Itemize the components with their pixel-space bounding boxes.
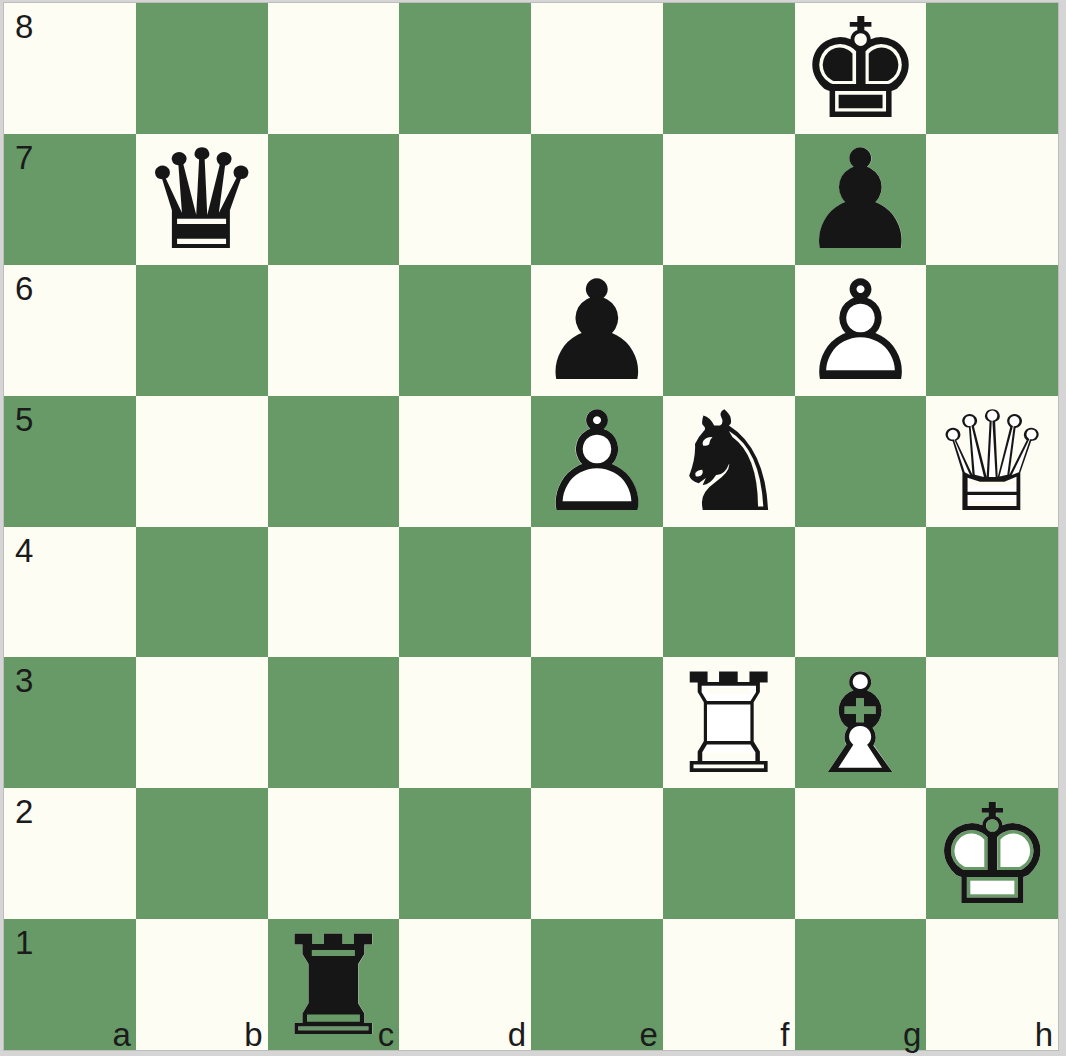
square-f4[interactable] — [663, 527, 795, 658]
square-a2[interactable]: 2 — [4, 788, 136, 919]
square-a4[interactable]: 4 — [4, 527, 136, 658]
white-pawn[interactable]: ♟♙ — [795, 265, 927, 396]
black-piece-outline-layer: ♛ — [136, 136, 268, 267]
square-e3[interactable] — [531, 657, 663, 788]
square-a5[interactable]: 5 — [4, 396, 136, 527]
square-d6[interactable] — [399, 265, 531, 396]
square-h5[interactable]: ♛♕ — [926, 396, 1058, 527]
white-pawn[interactable]: ♟♙ — [531, 396, 663, 527]
black-rook[interactable]: ♖♜ — [268, 919, 400, 1050]
square-f3[interactable]: ♜♖ — [663, 657, 795, 788]
chess-board: 8♔♚7♕♛♙♟6♙♟♟♙5♟♙♘♞♛♕43♜♖♝♗2♚♔1abc♖♜defgh — [4, 3, 1058, 1050]
square-g7[interactable]: ♙♟ — [795, 134, 927, 265]
square-d2[interactable] — [399, 788, 531, 919]
board-frame: 8♔♚7♕♛♙♟6♙♟♟♙5♟♙♘♞♛♕43♜♖♝♗2♚♔1abc♖♜defgh — [0, 0, 1066, 1056]
square-b5[interactable] — [136, 396, 268, 527]
rank-label-6: 6 — [15, 272, 33, 305]
square-d3[interactable] — [399, 657, 531, 788]
square-f6[interactable] — [663, 265, 795, 396]
square-e2[interactable] — [531, 788, 663, 919]
white-king[interactable]: ♚♔ — [926, 788, 1058, 919]
square-a7[interactable]: 7 — [4, 134, 136, 265]
square-e6[interactable]: ♙♟ — [531, 265, 663, 396]
square-b6[interactable] — [136, 265, 268, 396]
square-b7[interactable]: ♕♛ — [136, 134, 268, 265]
rank-label-3: 3 — [15, 664, 33, 697]
square-h7[interactable] — [926, 134, 1058, 265]
rank-label-1: 1 — [15, 926, 33, 959]
square-b2[interactable] — [136, 788, 268, 919]
square-a3[interactable]: 3 — [4, 657, 136, 788]
square-d8[interactable] — [399, 3, 531, 134]
square-f2[interactable] — [663, 788, 795, 919]
black-king[interactable]: ♔♚ — [795, 3, 927, 134]
black-piece-outline-layer: ♞ — [663, 398, 795, 529]
square-e4[interactable] — [531, 527, 663, 658]
white-piece-outline-layer: ♔ — [926, 790, 1058, 921]
white-piece-outline-layer: ♖ — [663, 659, 795, 790]
square-h3[interactable] — [926, 657, 1058, 788]
square-g8[interactable]: ♔♚ — [795, 3, 927, 134]
file-label-d: d — [508, 1018, 526, 1051]
square-b8[interactable] — [136, 3, 268, 134]
square-b4[interactable] — [136, 527, 268, 658]
square-f5[interactable]: ♘♞ — [663, 396, 795, 527]
file-label-f: f — [780, 1018, 789, 1051]
square-g6[interactable]: ♟♙ — [795, 265, 927, 396]
black-pawn[interactable]: ♙♟ — [795, 134, 927, 265]
square-c7[interactable] — [268, 134, 400, 265]
square-g4[interactable] — [795, 527, 927, 658]
square-d5[interactable] — [399, 396, 531, 527]
square-h1[interactable]: h — [926, 919, 1058, 1050]
white-rook[interactable]: ♜♖ — [663, 657, 795, 788]
white-bishop[interactable]: ♝♗ — [795, 657, 927, 788]
square-b3[interactable] — [136, 657, 268, 788]
square-d1[interactable]: d — [399, 919, 531, 1050]
rank-label-4: 4 — [15, 534, 33, 567]
white-piece-outline-layer: ♕ — [926, 398, 1058, 529]
black-piece-outline-layer: ♜ — [268, 921, 400, 1052]
file-label-e: e — [639, 1018, 657, 1051]
square-h4[interactable] — [926, 527, 1058, 658]
square-a8[interactable]: 8 — [4, 3, 136, 134]
square-g5[interactable] — [795, 396, 927, 527]
square-e8[interactable] — [531, 3, 663, 134]
file-label-a: a — [112, 1018, 130, 1051]
square-h6[interactable] — [926, 265, 1058, 396]
white-queen[interactable]: ♛♕ — [926, 396, 1058, 527]
rank-label-8: 8 — [15, 10, 33, 43]
file-label-b: b — [244, 1018, 262, 1051]
square-e1[interactable]: e — [531, 919, 663, 1050]
square-h2[interactable]: ♚♔ — [926, 788, 1058, 919]
square-h8[interactable] — [926, 3, 1058, 134]
square-c8[interactable] — [268, 3, 400, 134]
rank-label-7: 7 — [15, 141, 33, 174]
square-e5[interactable]: ♟♙ — [531, 396, 663, 527]
black-piece-outline-layer: ♚ — [795, 5, 927, 136]
white-piece-outline-layer: ♗ — [795, 659, 927, 790]
file-label-g: g — [903, 1018, 921, 1051]
square-c5[interactable] — [268, 396, 400, 527]
square-c6[interactable] — [268, 265, 400, 396]
rank-label-2: 2 — [15, 795, 33, 828]
square-g1[interactable]: g — [795, 919, 927, 1050]
black-piece-outline-layer: ♟ — [795, 136, 927, 267]
square-c2[interactable] — [268, 788, 400, 919]
square-f7[interactable] — [663, 134, 795, 265]
square-c1[interactable]: c♖♜ — [268, 919, 400, 1050]
square-g2[interactable] — [795, 788, 927, 919]
white-piece-outline-layer: ♙ — [531, 398, 663, 529]
square-c4[interactable] — [268, 527, 400, 658]
square-f8[interactable] — [663, 3, 795, 134]
black-queen[interactable]: ♕♛ — [136, 134, 268, 265]
square-a6[interactable]: 6 — [4, 265, 136, 396]
black-piece-outline-layer: ♟ — [531, 267, 663, 398]
square-e7[interactable] — [531, 134, 663, 265]
square-d4[interactable] — [399, 527, 531, 658]
square-a1[interactable]: 1a — [4, 919, 136, 1050]
black-knight[interactable]: ♘♞ — [663, 396, 795, 527]
file-label-h: h — [1035, 1018, 1053, 1051]
black-pawn[interactable]: ♙♟ — [531, 265, 663, 396]
white-piece-outline-layer: ♙ — [795, 267, 927, 398]
square-c3[interactable] — [268, 657, 400, 788]
square-b1[interactable]: b — [136, 919, 268, 1050]
square-f1[interactable]: f — [663, 919, 795, 1050]
rank-label-5: 5 — [15, 403, 33, 436]
square-g3[interactable]: ♝♗ — [795, 657, 927, 788]
square-d7[interactable] — [399, 134, 531, 265]
